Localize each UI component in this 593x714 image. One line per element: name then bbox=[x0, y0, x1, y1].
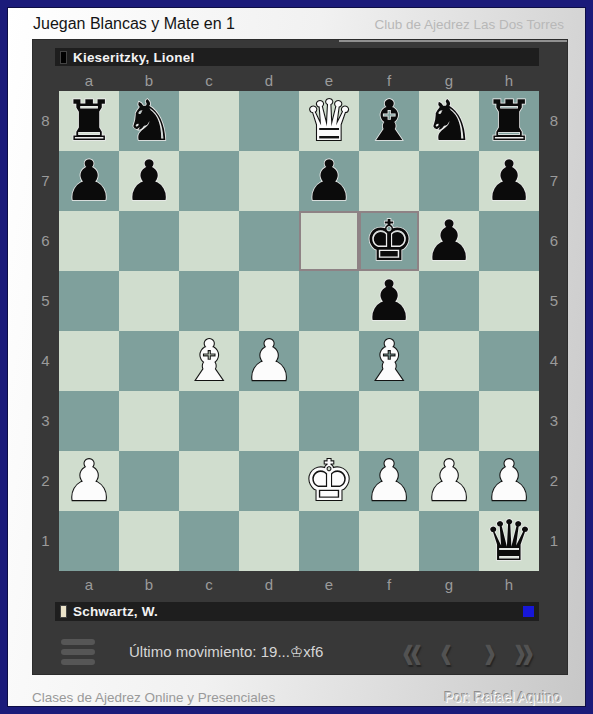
square-b2[interactable] bbox=[119, 451, 179, 511]
rank-label-4: 4 bbox=[540, 331, 568, 391]
square-f8[interactable]: ♝ bbox=[359, 91, 419, 151]
piece-black-knight: ♞ bbox=[124, 92, 174, 150]
board-panel: Kieseritzky, Lionel abcdefgh 87654321 ♜♞… bbox=[32, 39, 568, 675]
rank-label-2: 2 bbox=[540, 451, 568, 511]
file-labels-bottom: abcdefgh bbox=[59, 575, 539, 594]
square-d8[interactable] bbox=[239, 91, 299, 151]
chess-board: ♜♞♛♝♞♜♟♟♟♟♚♟♟♝♟♝♟♚♟♟♟♛ bbox=[59, 91, 539, 571]
square-e2[interactable]: ♚ bbox=[299, 451, 359, 511]
square-h3[interactable] bbox=[479, 391, 539, 451]
footer-tagline: Clases de Ajedrez Online y Presenciales bbox=[32, 690, 275, 705]
square-h2[interactable]: ♟ bbox=[479, 451, 539, 511]
page-title: Juegan Blancas y Mate en 1 bbox=[33, 15, 235, 33]
square-f6[interactable]: ♚ bbox=[359, 211, 419, 271]
square-d7[interactable] bbox=[239, 151, 299, 211]
move-nav-bar: Último movimiento: 19...♔xf6 « ‹ › » bbox=[55, 630, 545, 674]
rank-label-5: 5 bbox=[540, 271, 568, 331]
piece-black-rook: ♜ bbox=[484, 92, 534, 150]
piece-black-pawn: ♟ bbox=[64, 152, 114, 210]
rank-label-7: 7 bbox=[540, 151, 568, 211]
turn-marker bbox=[523, 606, 534, 617]
file-label-d: d bbox=[239, 71, 299, 90]
piece-white-pawn: ♟ bbox=[484, 452, 534, 510]
square-e1[interactable] bbox=[299, 511, 359, 571]
last-move-button[interactable]: » bbox=[505, 626, 543, 678]
square-f4[interactable]: ♝ bbox=[359, 331, 419, 391]
square-d2[interactable] bbox=[239, 451, 299, 511]
prev-move-button[interactable]: ‹ bbox=[431, 626, 461, 678]
square-d4[interactable]: ♟ bbox=[239, 331, 299, 391]
file-label-f: f bbox=[359, 575, 419, 594]
rank-label-5: 5 bbox=[33, 271, 58, 331]
square-h4[interactable] bbox=[479, 331, 539, 391]
square-c3[interactable] bbox=[179, 391, 239, 451]
piece-white-pawn: ♟ bbox=[364, 452, 414, 510]
piece-white-queen: ♛ bbox=[304, 92, 354, 150]
white-color-indicator bbox=[60, 605, 67, 618]
square-g4[interactable] bbox=[419, 331, 479, 391]
square-b1[interactable] bbox=[119, 511, 179, 571]
square-h8[interactable]: ♜ bbox=[479, 91, 539, 151]
square-g3[interactable] bbox=[419, 391, 479, 451]
footer-author: Por: Rafael Aquino bbox=[444, 689, 561, 705]
panel-top-divider bbox=[339, 40, 567, 42]
white-player-bar: Schwartz, W. bbox=[55, 602, 539, 621]
piece-black-pawn: ♟ bbox=[484, 152, 534, 210]
file-label-c: c bbox=[179, 575, 239, 594]
square-f7[interactable] bbox=[359, 151, 419, 211]
square-c6[interactable] bbox=[179, 211, 239, 271]
piece-white-pawn: ♟ bbox=[244, 332, 294, 390]
file-label-g: g bbox=[419, 575, 479, 594]
square-g5[interactable] bbox=[419, 271, 479, 331]
rank-label-7: 7 bbox=[33, 151, 58, 211]
last-move-label: Último movimiento: 19...♔xf6 bbox=[129, 643, 323, 661]
square-c7[interactable] bbox=[179, 151, 239, 211]
next-move-button[interactable]: › bbox=[475, 626, 505, 678]
square-d5[interactable] bbox=[239, 271, 299, 331]
square-h1[interactable]: ♛ bbox=[479, 511, 539, 571]
square-c4[interactable]: ♝ bbox=[179, 331, 239, 391]
piece-white-king: ♚ bbox=[304, 452, 354, 510]
file-label-a: a bbox=[59, 575, 119, 594]
rank-label-4: 4 bbox=[33, 331, 58, 391]
square-f3[interactable] bbox=[359, 391, 419, 451]
piece-black-pawn: ♟ bbox=[364, 272, 414, 330]
square-d3[interactable] bbox=[239, 391, 299, 451]
square-f5[interactable]: ♟ bbox=[359, 271, 419, 331]
square-a1[interactable] bbox=[59, 511, 119, 571]
piece-white-bishop: ♝ bbox=[184, 332, 234, 390]
rank-label-3: 3 bbox=[540, 391, 568, 451]
nav-arrows: « ‹ › » bbox=[393, 634, 543, 670]
piece-black-knight: ♞ bbox=[424, 92, 474, 150]
file-label-b: b bbox=[119, 575, 179, 594]
square-a5[interactable] bbox=[59, 271, 119, 331]
square-d1[interactable] bbox=[239, 511, 299, 571]
square-e7[interactable]: ♟ bbox=[299, 151, 359, 211]
file-label-h: h bbox=[479, 575, 539, 594]
piece-black-pawn: ♟ bbox=[304, 152, 354, 210]
piece-black-king: ♚ bbox=[364, 212, 414, 270]
square-d6[interactable] bbox=[239, 211, 299, 271]
square-g7[interactable] bbox=[419, 151, 479, 211]
square-b5[interactable] bbox=[119, 271, 179, 331]
square-e3[interactable] bbox=[299, 391, 359, 451]
footer: Clases de Ajedrez Online y Presenciales … bbox=[32, 683, 561, 711]
square-b6[interactable] bbox=[119, 211, 179, 271]
menu-icon[interactable] bbox=[61, 639, 95, 665]
piece-white-bishop: ♝ bbox=[364, 332, 414, 390]
square-e5[interactable] bbox=[299, 271, 359, 331]
rank-label-1: 1 bbox=[33, 511, 58, 571]
square-g6[interactable]: ♟ bbox=[419, 211, 479, 271]
square-c5[interactable] bbox=[179, 271, 239, 331]
piece-white-pawn: ♟ bbox=[64, 452, 114, 510]
square-a7[interactable]: ♟ bbox=[59, 151, 119, 211]
piece-black-bishop: ♝ bbox=[364, 92, 414, 150]
app-window: Juegan Blancas y Mate en 1 Club de Ajedr… bbox=[0, 0, 593, 714]
white-player-name: Schwartz, W. bbox=[73, 604, 158, 619]
file-label-c: c bbox=[179, 71, 239, 90]
rank-labels-left: 87654321 bbox=[33, 91, 58, 571]
club-name: Club de Ajedrez Las Dos Torres bbox=[374, 17, 564, 32]
square-g1[interactable] bbox=[419, 511, 479, 571]
piece-black-queen: ♛ bbox=[484, 512, 534, 570]
first-move-button[interactable]: « bbox=[393, 626, 431, 678]
square-a2[interactable]: ♟ bbox=[59, 451, 119, 511]
rank-label-6: 6 bbox=[540, 211, 568, 271]
square-b3[interactable] bbox=[119, 391, 179, 451]
rank-label-8: 8 bbox=[33, 91, 58, 151]
square-b8[interactable]: ♞ bbox=[119, 91, 179, 151]
square-g8[interactable]: ♞ bbox=[419, 91, 479, 151]
square-c1[interactable] bbox=[179, 511, 239, 571]
square-b4[interactable] bbox=[119, 331, 179, 391]
rank-labels-right: 87654321 bbox=[540, 91, 568, 571]
square-c2[interactable] bbox=[179, 451, 239, 511]
square-h5[interactable] bbox=[479, 271, 539, 331]
black-player-name: Kieseritzky, Lionel bbox=[73, 50, 194, 65]
piece-white-pawn: ♟ bbox=[424, 452, 474, 510]
piece-black-pawn: ♟ bbox=[424, 212, 474, 270]
black-player-bar: Kieseritzky, Lionel bbox=[55, 48, 539, 66]
piece-black-rook: ♜ bbox=[64, 92, 114, 150]
square-b7[interactable]: ♟ bbox=[119, 151, 179, 211]
square-f1[interactable] bbox=[359, 511, 419, 571]
square-e6[interactable] bbox=[299, 211, 359, 271]
rank-label-2: 2 bbox=[33, 451, 58, 511]
square-e8[interactable]: ♛ bbox=[299, 91, 359, 151]
black-color-indicator bbox=[60, 51, 67, 64]
rank-label-8: 8 bbox=[540, 91, 568, 151]
rank-label-6: 6 bbox=[33, 211, 58, 271]
rank-label-3: 3 bbox=[33, 391, 58, 451]
square-a6[interactable] bbox=[59, 211, 119, 271]
piece-black-pawn: ♟ bbox=[124, 152, 174, 210]
file-label-e: e bbox=[299, 575, 359, 594]
square-h7[interactable]: ♟ bbox=[479, 151, 539, 211]
square-a3[interactable] bbox=[59, 391, 119, 451]
square-h6[interactable] bbox=[479, 211, 539, 271]
square-e4[interactable] bbox=[299, 331, 359, 391]
rank-label-1: 1 bbox=[540, 511, 568, 571]
square-a8[interactable]: ♜ bbox=[59, 91, 119, 151]
square-g2[interactable]: ♟ bbox=[419, 451, 479, 511]
file-label-d: d bbox=[239, 575, 299, 594]
square-f2[interactable]: ♟ bbox=[359, 451, 419, 511]
square-c8[interactable] bbox=[179, 91, 239, 151]
square-a4[interactable] bbox=[59, 331, 119, 391]
